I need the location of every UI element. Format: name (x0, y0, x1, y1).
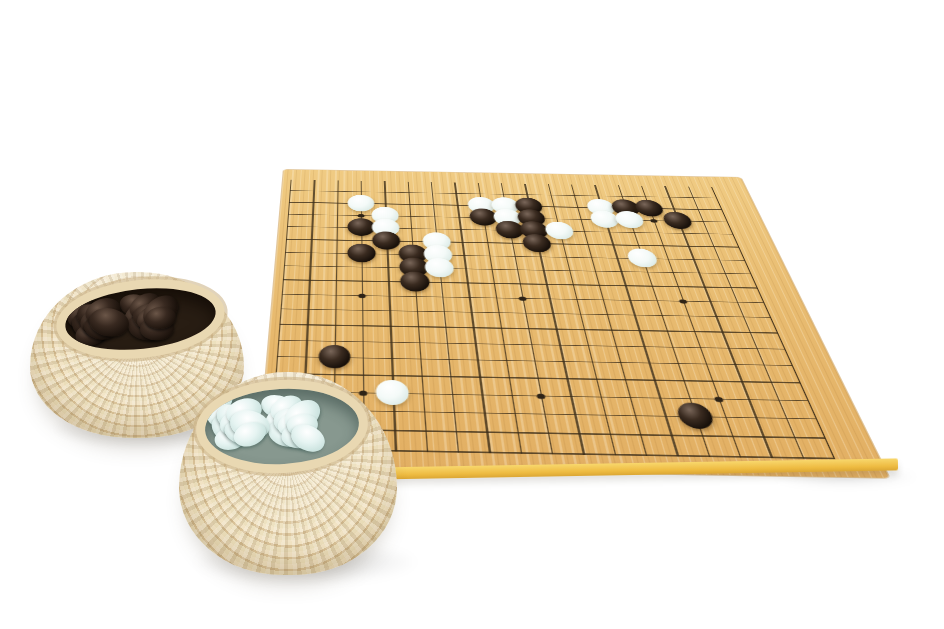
black-stone (372, 231, 401, 250)
white-stone (348, 194, 375, 211)
star-point (358, 294, 366, 298)
star-point (518, 297, 526, 301)
go-scene (0, 0, 944, 629)
star-point (536, 394, 546, 399)
board-points (284, 170, 741, 178)
black-stone (318, 345, 350, 369)
star-point (358, 214, 365, 218)
white-stone (376, 380, 410, 406)
black-bowl-opening (52, 272, 228, 367)
black-stone (347, 243, 376, 262)
star-point (359, 391, 368, 396)
black-stone (347, 218, 375, 236)
